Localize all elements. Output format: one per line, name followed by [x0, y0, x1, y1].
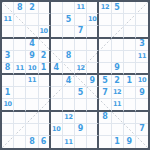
cell-r6c12[interactable]: [136, 63, 148, 75]
given-digit: 11: [113, 101, 121, 108]
cell-r1c5[interactable]: [51, 2, 63, 14]
cell-r8c1[interactable]: 1: [2, 87, 14, 99]
cell-r3c11[interactable]: [124, 26, 136, 38]
given-digit: 4: [29, 40, 35, 48]
given-digit: 1: [114, 138, 120, 146]
cell-r4c8[interactable]: [87, 39, 99, 51]
cell-r1c8[interactable]: [87, 2, 99, 14]
given-digit: 10: [28, 65, 36, 72]
cell-r5c7[interactable]: [75, 51, 87, 63]
given-digit: 3: [139, 40, 145, 48]
cell-r6c2[interactable]: 11: [14, 63, 26, 75]
cell-r2c2[interactable]: [14, 14, 26, 26]
cell-r3c6[interactable]: [63, 26, 75, 38]
given-digit: 3: [5, 52, 11, 60]
cell-r11c1[interactable]: [2, 124, 14, 136]
given-digit: 5: [102, 77, 108, 85]
given-digit: 8: [102, 113, 108, 121]
cell-r4c9[interactable]: [99, 39, 111, 51]
cell-r7c1[interactable]: [2, 75, 14, 87]
cell-r4c10[interactable]: [112, 39, 124, 51]
given-digit: 10: [88, 16, 96, 23]
cell-r1c9[interactable]: 12: [99, 2, 111, 14]
cell-r5c12[interactable]: 11: [136, 51, 148, 63]
given-digit: 12: [64, 114, 72, 121]
cell-r1c1[interactable]: [2, 2, 14, 14]
cell-r6c6[interactable]: [63, 63, 75, 75]
cell-r9c10[interactable]: 11: [112, 99, 124, 111]
cell-r2c6[interactable]: 5: [63, 14, 75, 26]
given-digit: 9: [29, 52, 35, 60]
given-digit: 12: [101, 4, 109, 11]
cell-r6c8[interactable]: [87, 63, 99, 75]
cell-r6c9[interactable]: [99, 63, 111, 75]
cell-r9c6[interactable]: [63, 99, 75, 111]
cell-r9c9[interactable]: [99, 99, 111, 111]
given-digit: 8: [29, 138, 35, 146]
given-digit: 11: [3, 16, 11, 23]
cell-r12c12[interactable]: [136, 136, 148, 148]
given-digit: 11: [16, 65, 24, 72]
cell-r6c10[interactable]: 9: [112, 63, 124, 75]
cell-r2c4[interactable]: [39, 14, 51, 26]
given-digit: 1: [41, 64, 47, 72]
cell-r11c12[interactable]: 7: [136, 124, 148, 136]
cell-r12c8[interactable]: [87, 136, 99, 148]
cell-r2c9[interactable]: [99, 14, 111, 26]
given-digit: 8: [5, 64, 11, 72]
cell-r11c7[interactable]: 9: [75, 124, 87, 136]
cell-r4c5[interactable]: [51, 39, 63, 51]
given-digit: 4: [53, 64, 59, 72]
cell-r2c3[interactable]: [26, 14, 38, 26]
cell-r8c9[interactable]: 7: [99, 87, 111, 99]
cell-r1c11[interactable]: [124, 2, 136, 14]
cell-r12c2[interactable]: [14, 136, 26, 148]
cell-r7c2[interactable]: [14, 75, 26, 87]
cell-r8c4[interactable]: [39, 87, 51, 99]
given-digit: 11: [76, 4, 84, 11]
cell-r7c10[interactable]: 2: [112, 75, 124, 87]
cell-r3c3[interactable]: [26, 26, 38, 38]
cell-r7c5[interactable]: [51, 75, 63, 87]
given-digit: 9: [126, 138, 132, 146]
cell-r10c11[interactable]: [124, 112, 136, 124]
cell-r5c8[interactable]: [87, 51, 99, 63]
cell-r8c11[interactable]: [124, 87, 136, 99]
cell-r10c7[interactable]: [75, 112, 87, 124]
cell-r4c2[interactable]: [14, 39, 26, 51]
cell-r12c11[interactable]: 9: [124, 136, 136, 148]
cell-r1c12[interactable]: [136, 2, 148, 14]
given-digit: 5: [114, 4, 120, 12]
cell-r9c2[interactable]: [14, 99, 26, 111]
cell-r3c8[interactable]: [87, 26, 99, 38]
given-digit: 7: [139, 125, 145, 133]
cell-r6c1[interactable]: 8: [2, 63, 14, 75]
given-digit: 10: [52, 126, 60, 133]
cell-r5c4[interactable]: 2: [39, 51, 51, 63]
cell-r7c12[interactable]: 10: [136, 75, 148, 87]
cell-r3c4[interactable]: 10: [39, 26, 51, 38]
cell-r11c10[interactable]: [112, 124, 124, 136]
cell-r3c5[interactable]: [51, 26, 63, 38]
cell-r4c3[interactable]: 4: [26, 39, 38, 51]
cell-r5c5[interactable]: [51, 51, 63, 63]
given-digit: 5: [78, 89, 84, 97]
given-digit: 1: [5, 89, 11, 97]
given-digit: 4: [66, 77, 72, 85]
cell-r2c10[interactable]: [112, 14, 124, 26]
cell-r4c1[interactable]: [2, 39, 14, 51]
cell-r12c9[interactable]: [99, 136, 111, 148]
cell-r6c4[interactable]: 1: [39, 63, 51, 75]
cell-r9c3[interactable]: [26, 99, 38, 111]
cell-r6c11[interactable]: [124, 63, 136, 75]
given-digit: 11: [138, 53, 146, 60]
cell-r7c4[interactable]: [39, 75, 51, 87]
cell-r10c12[interactable]: [136, 112, 148, 124]
cell-r9c12[interactable]: [136, 99, 148, 111]
cell-r12c7[interactable]: [75, 136, 87, 148]
cell-r9c5[interactable]: [51, 99, 63, 111]
cell-r8c6[interactable]: [63, 87, 75, 99]
cell-r7c7[interactable]: [75, 75, 87, 87]
cell-r8c8[interactable]: [87, 87, 99, 99]
cell-r2c8[interactable]: 10: [87, 14, 99, 26]
cell-r10c10[interactable]: [112, 112, 124, 124]
cell-r9c1[interactable]: 10: [2, 99, 14, 111]
cell-r10c1[interactable]: [2, 112, 14, 124]
given-digit: 9: [139, 89, 145, 97]
cell-r3c12[interactable]: [136, 26, 148, 38]
given-digit: 5: [66, 16, 72, 24]
given-digit: 9: [78, 125, 84, 133]
cell-r8c10[interactable]: 12: [112, 87, 124, 99]
cell-r6c7[interactable]: 12: [75, 63, 87, 75]
cell-r12c5[interactable]: [51, 136, 63, 148]
cell-r6c3[interactable]: 10: [26, 63, 38, 75]
sudoku-app: 8211125115101074339281181110141291149521…: [0, 0, 150, 150]
given-digit: 9: [89, 77, 95, 85]
cell-r10c2[interactable]: [14, 112, 26, 124]
cell-r4c11[interactable]: [124, 39, 136, 51]
cell-r4c6[interactable]: [63, 39, 75, 51]
cell-r2c5[interactable]: [51, 14, 63, 26]
cell-r5c1[interactable]: 3: [2, 51, 14, 63]
given-digit: 9: [114, 64, 120, 72]
cell-r6c5[interactable]: 4: [51, 63, 63, 75]
cell-r8c3[interactable]: [26, 87, 38, 99]
given-digit: 2: [114, 77, 120, 85]
given-digit: 8: [66, 52, 72, 60]
cell-r5c3[interactable]: 9: [26, 51, 38, 63]
cell-r11c3[interactable]: [26, 124, 38, 136]
cell-r11c8[interactable]: [87, 124, 99, 136]
cell-r5c2[interactable]: [14, 51, 26, 63]
cell-r9c8[interactable]: [87, 99, 99, 111]
cell-r5c9[interactable]: [99, 51, 111, 63]
given-digit: 11: [28, 77, 36, 84]
cell-r9c4[interactable]: [39, 99, 51, 111]
cell-r10c8[interactable]: [87, 112, 99, 124]
sudoku-board: 8211125115101074339281181110141291149521…: [0, 0, 150, 150]
cell-r12c10[interactable]: 1: [112, 136, 124, 148]
given-digit: 10: [138, 77, 146, 84]
cell-r7c3[interactable]: 11: [26, 75, 38, 87]
cell-r4c7[interactable]: [75, 39, 87, 51]
given-digit: 7: [78, 27, 84, 35]
cell-r8c12[interactable]: 9: [136, 87, 148, 99]
cell-r12c3[interactable]: 8: [26, 136, 38, 148]
cell-r2c1[interactable]: 11: [2, 14, 14, 26]
cell-r11c5[interactable]: 10: [51, 124, 63, 136]
cell-r3c10[interactable]: [112, 26, 124, 38]
given-digit: 11: [64, 139, 72, 146]
given-digit: 2: [29, 4, 35, 12]
cell-r5c10[interactable]: [112, 51, 124, 63]
cell-r11c6[interactable]: [63, 124, 75, 136]
cell-r4c4[interactable]: [39, 39, 51, 51]
cell-r4c12[interactable]: 3: [136, 39, 148, 51]
cell-r9c11[interactable]: [124, 99, 136, 111]
cell-r5c6[interactable]: 8: [63, 51, 75, 63]
cell-r8c5[interactable]: [51, 87, 63, 99]
cell-r7c8[interactable]: 9: [87, 75, 99, 87]
cell-r12c1[interactable]: [2, 136, 14, 148]
cell-r11c9[interactable]: [99, 124, 111, 136]
cell-r3c1[interactable]: [2, 26, 14, 38]
cell-r10c5[interactable]: [51, 112, 63, 124]
cell-r2c7[interactable]: [75, 14, 87, 26]
cell-grid: 8211125115101074339281181110141291149521…: [2, 2, 148, 148]
cell-r1c4[interactable]: [39, 2, 51, 14]
cell-r1c10[interactable]: 5: [112, 2, 124, 14]
cell-r11c11[interactable]: [124, 124, 136, 136]
cell-r3c7[interactable]: 7: [75, 26, 87, 38]
cell-r1c7[interactable]: 11: [75, 2, 87, 14]
cell-r1c3[interactable]: 2: [26, 2, 38, 14]
cell-r1c6[interactable]: [63, 2, 75, 14]
cell-r1c2[interactable]: 8: [14, 2, 26, 14]
cell-r2c12[interactable]: [136, 14, 148, 26]
given-digit: 1: [126, 77, 132, 85]
given-digit: 8: [17, 4, 23, 12]
given-digit: 10: [39, 28, 47, 35]
cell-r3c2[interactable]: [14, 26, 26, 38]
cell-r7c9[interactable]: 5: [99, 75, 111, 87]
given-digit: 10: [3, 101, 11, 108]
cell-r7c6[interactable]: 4: [63, 75, 75, 87]
given-digit: 12: [113, 89, 121, 96]
cell-r10c4[interactable]: [39, 112, 51, 124]
given-digit: 7: [102, 89, 108, 97]
cell-r5c11[interactable]: [124, 51, 136, 63]
cell-r3c9[interactable]: [99, 26, 111, 38]
cell-r12c4[interactable]: 6: [39, 136, 51, 148]
cell-r2c11[interactable]: [124, 14, 136, 26]
cell-r11c4[interactable]: [39, 124, 51, 136]
cell-r10c6[interactable]: 12: [63, 112, 75, 124]
cell-r9c7[interactable]: [75, 99, 87, 111]
given-digit: 2: [41, 52, 47, 60]
cell-r11c2[interactable]: [14, 124, 26, 136]
cell-r8c2[interactable]: [14, 87, 26, 99]
cell-r7c11[interactable]: 1: [124, 75, 136, 87]
cell-r8c7[interactable]: 5: [75, 87, 87, 99]
cell-r12c6[interactable]: 11: [63, 136, 75, 148]
cell-r10c9[interactable]: 8: [99, 112, 111, 124]
given-digit: 6: [41, 138, 47, 146]
cell-r10c3[interactable]: [26, 112, 38, 124]
given-digit: 12: [76, 65, 84, 72]
